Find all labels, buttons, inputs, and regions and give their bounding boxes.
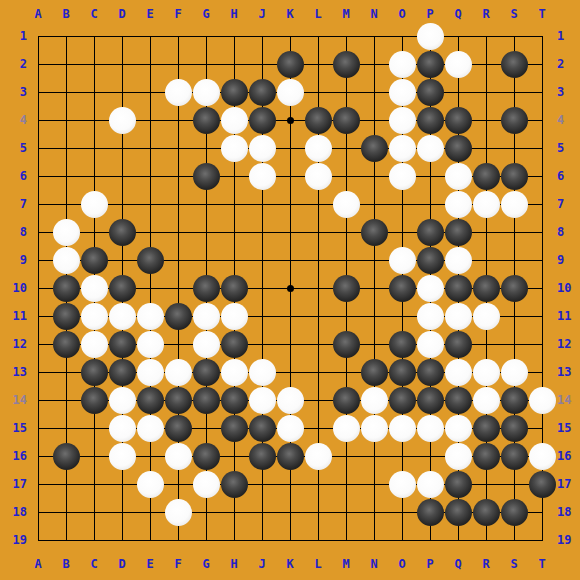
stone-black-Q12 [445, 331, 472, 358]
stone-white-L6 [305, 163, 332, 190]
stone-black-R6 [473, 163, 500, 190]
row-label-right-8: 8 [553, 224, 580, 240]
stone-black-H15 [221, 415, 248, 442]
go-board[interactable]: AABBCCDDEEFFGGHHJJKKLLMMNNOOPPQQRRSSTT11… [0, 0, 580, 580]
stone-white-J14 [249, 387, 276, 414]
stone-black-O10 [389, 275, 416, 302]
row-label-left-17: 17 [0, 476, 27, 492]
stone-white-E17 [137, 471, 164, 498]
row-label-left-16: 16 [0, 448, 27, 464]
stone-white-F13 [165, 359, 192, 386]
stone-white-L16 [305, 443, 332, 470]
stone-white-G3 [193, 79, 220, 106]
stone-white-G17 [193, 471, 220, 498]
stone-white-P1 [417, 23, 444, 50]
col-label-bottom-H: H [224, 556, 244, 572]
stone-white-L5 [305, 135, 332, 162]
col-label-top-P: P [420, 6, 440, 22]
stone-white-M7 [333, 191, 360, 218]
stone-white-S13 [501, 359, 528, 386]
row-label-left-3: 3 [0, 84, 27, 100]
stone-black-S10 [501, 275, 528, 302]
row-label-left-7: 7 [0, 196, 27, 212]
stone-white-K14 [277, 387, 304, 414]
stone-white-G12 [193, 331, 220, 358]
stone-black-Q14 [445, 387, 472, 414]
stone-black-F14 [165, 387, 192, 414]
row-label-left-18: 18 [0, 504, 27, 520]
stone-black-P2 [417, 51, 444, 78]
row-label-left-4: 4 [0, 112, 27, 128]
stone-black-G14 [193, 387, 220, 414]
stone-white-H4 [221, 107, 248, 134]
stone-white-O6 [389, 163, 416, 190]
stone-white-P15 [417, 415, 444, 442]
row-label-left-10: 10 [0, 280, 27, 296]
col-label-bottom-J: J [252, 556, 272, 572]
stone-white-E13 [137, 359, 164, 386]
stone-white-D14 [109, 387, 136, 414]
col-label-bottom-S: S [504, 556, 524, 572]
stone-white-K15 [277, 415, 304, 442]
stone-white-D15 [109, 415, 136, 442]
stone-white-O4 [389, 107, 416, 134]
row-label-left-12: 12 [0, 336, 27, 352]
row-label-right-7: 7 [553, 196, 580, 212]
stone-black-Q10 [445, 275, 472, 302]
stone-white-C10 [81, 275, 108, 302]
stone-white-Q9 [445, 247, 472, 274]
stone-white-C7 [81, 191, 108, 218]
stone-black-J15 [249, 415, 276, 442]
stone-black-Q4 [445, 107, 472, 134]
stone-black-S2 [501, 51, 528, 78]
col-label-bottom-P: P [420, 556, 440, 572]
stone-black-R18 [473, 499, 500, 526]
col-label-bottom-F: F [168, 556, 188, 572]
stone-white-R7 [473, 191, 500, 218]
stone-white-Q2 [445, 51, 472, 78]
stone-white-F16 [165, 443, 192, 470]
col-label-top-K: K [280, 6, 300, 22]
stone-black-P8 [417, 219, 444, 246]
stone-black-J3 [249, 79, 276, 106]
stone-white-P12 [417, 331, 444, 358]
col-label-top-L: L [308, 6, 328, 22]
row-label-right-15: 15 [553, 420, 580, 436]
stone-black-H12 [221, 331, 248, 358]
stone-white-O3 [389, 79, 416, 106]
row-label-right-12: 12 [553, 336, 580, 352]
stone-white-T14 [529, 387, 556, 414]
stone-black-N13 [361, 359, 388, 386]
stone-white-E15 [137, 415, 164, 442]
col-label-bottom-E: E [140, 556, 160, 572]
stone-black-S4 [501, 107, 528, 134]
col-label-top-E: E [140, 6, 160, 22]
stone-black-G13 [193, 359, 220, 386]
stone-black-P13 [417, 359, 444, 386]
stone-white-Q13 [445, 359, 472, 386]
stone-black-M4 [333, 107, 360, 134]
star-point-K10 [287, 285, 294, 292]
col-label-top-T: T [532, 6, 552, 22]
col-label-top-M: M [336, 6, 356, 22]
stone-black-H14 [221, 387, 248, 414]
stone-black-G16 [193, 443, 220, 470]
stone-white-D11 [109, 303, 136, 330]
row-label-right-19: 19 [553, 532, 580, 548]
row-label-right-10: 10 [553, 280, 580, 296]
stone-black-Q18 [445, 499, 472, 526]
stone-black-T17 [529, 471, 556, 498]
col-label-top-A: A [28, 6, 48, 22]
stone-black-E14 [137, 387, 164, 414]
stone-white-R13 [473, 359, 500, 386]
row-label-right-11: 11 [553, 308, 580, 324]
col-label-top-D: D [112, 6, 132, 22]
row-label-right-4: 4 [553, 112, 580, 128]
stone-black-F15 [165, 415, 192, 442]
col-label-bottom-D: D [112, 556, 132, 572]
stone-black-E9 [137, 247, 164, 274]
stone-black-J4 [249, 107, 276, 134]
stone-black-Q17 [445, 471, 472, 498]
stone-black-O12 [389, 331, 416, 358]
stone-black-P18 [417, 499, 444, 526]
stone-white-N15 [361, 415, 388, 442]
row-label-left-11: 11 [0, 308, 27, 324]
stone-black-S6 [501, 163, 528, 190]
stone-black-P3 [417, 79, 444, 106]
col-label-top-O: O [392, 6, 412, 22]
col-label-top-G: G [196, 6, 216, 22]
stone-white-P10 [417, 275, 444, 302]
stone-white-M15 [333, 415, 360, 442]
stone-white-J5 [249, 135, 276, 162]
row-label-right-5: 5 [553, 140, 580, 156]
stone-black-B16 [53, 443, 80, 470]
row-label-left-9: 9 [0, 252, 27, 268]
row-label-right-1: 1 [553, 28, 580, 44]
stone-white-Q6 [445, 163, 472, 190]
stone-black-O13 [389, 359, 416, 386]
stone-black-Q5 [445, 135, 472, 162]
stone-white-Q16 [445, 443, 472, 470]
stone-white-J6 [249, 163, 276, 190]
stone-white-D16 [109, 443, 136, 470]
row-label-left-13: 13 [0, 364, 27, 380]
col-label-top-H: H [224, 6, 244, 22]
row-label-left-15: 15 [0, 420, 27, 436]
stone-black-B11 [53, 303, 80, 330]
stone-white-O9 [389, 247, 416, 274]
stone-black-S18 [501, 499, 528, 526]
stone-black-M14 [333, 387, 360, 414]
stone-black-D12 [109, 331, 136, 358]
col-label-bottom-B: B [56, 556, 76, 572]
stone-black-G10 [193, 275, 220, 302]
stone-white-J13 [249, 359, 276, 386]
stone-white-F3 [165, 79, 192, 106]
stone-black-B12 [53, 331, 80, 358]
row-label-right-3: 3 [553, 84, 580, 100]
row-label-right-18: 18 [553, 504, 580, 520]
col-label-top-S: S [504, 6, 524, 22]
row-label-left-6: 6 [0, 168, 27, 184]
stone-white-R14 [473, 387, 500, 414]
stone-white-K3 [277, 79, 304, 106]
stone-black-J16 [249, 443, 276, 470]
col-label-top-C: C [84, 6, 104, 22]
stone-black-D8 [109, 219, 136, 246]
stone-white-O15 [389, 415, 416, 442]
stone-black-G4 [193, 107, 220, 134]
stone-black-H17 [221, 471, 248, 498]
stone-white-O5 [389, 135, 416, 162]
stone-black-M2 [333, 51, 360, 78]
col-label-top-R: R [476, 6, 496, 22]
row-label-right-16: 16 [553, 448, 580, 464]
stone-black-S15 [501, 415, 528, 442]
row-label-left-8: 8 [0, 224, 27, 240]
stone-white-H13 [221, 359, 248, 386]
row-label-left-1: 1 [0, 28, 27, 44]
stone-black-P4 [417, 107, 444, 134]
stone-black-Q8 [445, 219, 472, 246]
stone-white-E11 [137, 303, 164, 330]
col-label-bottom-G: G [196, 556, 216, 572]
col-label-top-B: B [56, 6, 76, 22]
stone-white-H5 [221, 135, 248, 162]
stone-black-B10 [53, 275, 80, 302]
col-label-bottom-O: O [392, 556, 412, 572]
stone-black-R15 [473, 415, 500, 442]
stone-black-P9 [417, 247, 444, 274]
stone-black-C9 [81, 247, 108, 274]
stone-white-P11 [417, 303, 444, 330]
stone-black-D10 [109, 275, 136, 302]
row-label-left-5: 5 [0, 140, 27, 156]
stone-white-C11 [81, 303, 108, 330]
stone-black-L4 [305, 107, 332, 134]
col-label-bottom-K: K [280, 556, 300, 572]
stone-white-R11 [473, 303, 500, 330]
row-label-left-19: 19 [0, 532, 27, 548]
stone-white-F18 [165, 499, 192, 526]
stone-white-G11 [193, 303, 220, 330]
col-label-bottom-C: C [84, 556, 104, 572]
col-label-top-F: F [168, 6, 188, 22]
stone-black-O14 [389, 387, 416, 414]
stone-black-N5 [361, 135, 388, 162]
row-label-right-17: 17 [553, 476, 580, 492]
stone-white-B8 [53, 219, 80, 246]
star-point-K4 [287, 117, 294, 124]
col-label-bottom-N: N [364, 556, 384, 572]
stone-black-S16 [501, 443, 528, 470]
stone-black-N8 [361, 219, 388, 246]
stone-black-F11 [165, 303, 192, 330]
row-label-right-14: 14 [553, 392, 580, 408]
stone-black-M12 [333, 331, 360, 358]
stone-white-Q7 [445, 191, 472, 218]
stone-white-Q11 [445, 303, 472, 330]
row-label-right-13: 13 [553, 364, 580, 380]
stone-black-H3 [221, 79, 248, 106]
stone-black-H10 [221, 275, 248, 302]
stone-white-B9 [53, 247, 80, 274]
stone-black-G6 [193, 163, 220, 190]
col-label-top-J: J [252, 6, 272, 22]
stone-white-N14 [361, 387, 388, 414]
stone-white-E12 [137, 331, 164, 358]
col-label-bottom-M: M [336, 556, 356, 572]
stone-white-P17 [417, 471, 444, 498]
stone-white-P5 [417, 135, 444, 162]
stone-black-R16 [473, 443, 500, 470]
stone-white-S7 [501, 191, 528, 218]
col-label-bottom-Q: Q [448, 556, 468, 572]
stone-black-R10 [473, 275, 500, 302]
col-label-bottom-T: T [532, 556, 552, 572]
stone-white-T16 [529, 443, 556, 470]
row-label-right-2: 2 [553, 56, 580, 72]
stone-white-C12 [81, 331, 108, 358]
row-label-left-14: 14 [0, 392, 27, 408]
stone-black-S14 [501, 387, 528, 414]
stone-black-C13 [81, 359, 108, 386]
col-label-top-Q: Q [448, 6, 468, 22]
stone-white-Q15 [445, 415, 472, 442]
grid-line-vertical-N [374, 36, 375, 541]
stone-black-M10 [333, 275, 360, 302]
col-label-bottom-L: L [308, 556, 328, 572]
stone-black-C14 [81, 387, 108, 414]
row-label-left-2: 2 [0, 56, 27, 72]
stone-black-K2 [277, 51, 304, 78]
row-label-right-6: 6 [553, 168, 580, 184]
col-label-bottom-R: R [476, 556, 496, 572]
grid-line-horizontal-19 [38, 540, 543, 541]
stone-black-D13 [109, 359, 136, 386]
stone-black-K16 [277, 443, 304, 470]
col-label-top-N: N [364, 6, 384, 22]
stone-black-P14 [417, 387, 444, 414]
col-label-bottom-A: A [28, 556, 48, 572]
stone-white-H11 [221, 303, 248, 330]
stone-white-O17 [389, 471, 416, 498]
row-label-right-9: 9 [553, 252, 580, 268]
stone-white-O2 [389, 51, 416, 78]
stone-white-D4 [109, 107, 136, 134]
